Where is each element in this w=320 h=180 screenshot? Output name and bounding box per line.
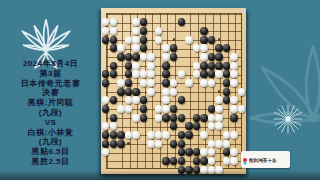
black-stone xyxy=(162,79,169,87)
board-intersection xyxy=(223,27,231,36)
title-line: (九段) xyxy=(0,108,101,118)
black-stone xyxy=(170,53,177,61)
board-intersection xyxy=(117,165,125,174)
white-stone xyxy=(125,105,132,113)
info-panel: 2024年8月4日第3届日本传奇元老赛决赛黑棋:片冈聪(九段)VS白棋:小林覚(… xyxy=(0,0,101,180)
board-intersection xyxy=(223,105,231,114)
board-intersection xyxy=(162,9,170,18)
white-stone xyxy=(215,166,222,174)
black-stone xyxy=(102,140,109,148)
board-intersection xyxy=(140,44,148,53)
white-stone xyxy=(132,114,139,122)
white-stone xyxy=(230,79,237,87)
board-intersection xyxy=(170,9,178,18)
white-stone xyxy=(230,62,237,70)
black-stone xyxy=(215,53,222,61)
white-stone xyxy=(132,27,139,35)
black-stone xyxy=(223,88,230,96)
board-intersection xyxy=(215,9,223,18)
title-line: 日本传奇元老赛 xyxy=(0,79,101,89)
board-intersection xyxy=(200,27,208,36)
board-intersection xyxy=(140,9,148,18)
white-stone xyxy=(140,53,147,61)
board-intersection xyxy=(178,87,186,96)
board-intersection xyxy=(193,122,201,131)
white-stone xyxy=(200,166,207,174)
board-intersection xyxy=(215,70,223,79)
board-intersection xyxy=(230,35,238,44)
board-intersection xyxy=(208,35,216,44)
black-stone xyxy=(132,88,139,96)
board-intersection xyxy=(102,27,110,36)
white-stone xyxy=(162,131,169,139)
white-stone xyxy=(238,105,245,113)
board-intersection xyxy=(147,87,155,96)
board-intersection xyxy=(140,165,148,174)
black-stone xyxy=(117,131,124,139)
white-stone xyxy=(147,79,154,87)
board-intersection xyxy=(170,157,178,166)
board-intersection xyxy=(185,96,193,105)
white-stone xyxy=(102,122,109,130)
black-stone xyxy=(102,79,109,87)
board-intersection xyxy=(208,122,216,131)
board-intersection xyxy=(147,165,155,174)
title-line: (九段) xyxy=(0,137,101,147)
board-intersection xyxy=(117,113,125,122)
board-intersection xyxy=(223,35,231,44)
board-intersection xyxy=(215,122,223,131)
board-intersection xyxy=(170,131,178,140)
board-intersection xyxy=(125,70,133,79)
black-stone xyxy=(208,53,215,61)
black-stone xyxy=(102,36,109,44)
board-intersection xyxy=(155,96,163,105)
board-intersection xyxy=(117,35,125,44)
board-intersection xyxy=(193,105,201,114)
white-stone xyxy=(110,27,117,35)
board-intersection xyxy=(185,157,193,166)
board-intersection xyxy=(102,9,110,18)
white-stone xyxy=(155,27,162,35)
board-intersection xyxy=(110,165,118,174)
board-intersection xyxy=(132,79,140,88)
white-stone xyxy=(193,44,200,52)
board-intersection xyxy=(223,61,231,70)
white-stone xyxy=(147,88,154,96)
board-intersection xyxy=(110,113,118,122)
black-stone xyxy=(208,70,215,78)
board-intersection xyxy=(223,148,231,157)
board-intersection xyxy=(200,105,208,114)
board-intersection xyxy=(162,79,170,88)
title-line: 黑棋:片冈聪 xyxy=(0,98,101,108)
board-intersection xyxy=(102,35,110,44)
board-intersection xyxy=(132,9,140,18)
board-intersection xyxy=(208,9,216,18)
board-intersection xyxy=(215,105,223,114)
black-stone xyxy=(193,148,200,156)
board-intersection xyxy=(230,96,238,105)
board-intersection xyxy=(178,61,186,70)
board-intersection xyxy=(155,9,163,18)
board-intersection xyxy=(147,79,155,88)
black-stone xyxy=(178,148,185,156)
watermark-logo-icon xyxy=(243,158,247,162)
board-intersection xyxy=(200,131,208,140)
board-intersection xyxy=(162,61,170,70)
board-intersection xyxy=(125,79,133,88)
board-intersection xyxy=(208,148,216,157)
white-stone xyxy=(102,148,109,156)
board-intersection xyxy=(102,148,110,157)
white-stone xyxy=(117,79,124,87)
board-intersection xyxy=(110,157,118,166)
black-stone xyxy=(223,70,230,78)
board-intersection xyxy=(147,61,155,70)
board-intersection xyxy=(125,9,133,18)
board-intersection xyxy=(162,148,170,157)
board-intersection xyxy=(125,131,133,140)
board-intersection xyxy=(200,18,208,27)
white-stone xyxy=(117,44,124,52)
board-intersection xyxy=(140,35,148,44)
black-stone xyxy=(200,157,207,165)
white-stone xyxy=(170,88,177,96)
board-intersection xyxy=(230,27,238,36)
board-intersection xyxy=(178,79,186,88)
title-line: 黑胜2.5目 xyxy=(0,157,101,167)
black-stone xyxy=(185,148,192,156)
board-intersection xyxy=(223,157,231,166)
board-intersection xyxy=(223,165,231,174)
white-stone xyxy=(117,105,124,113)
board-intersection xyxy=(200,79,208,88)
board-intersection xyxy=(200,44,208,53)
board-intersection xyxy=(140,79,148,88)
black-stone xyxy=(162,62,169,70)
board-intersection xyxy=(193,18,201,27)
board-intersection xyxy=(230,53,238,62)
white-stone xyxy=(125,131,132,139)
board-intersection xyxy=(162,131,170,140)
board-intersection xyxy=(147,113,155,122)
board-intersection xyxy=(110,35,118,44)
black-stone xyxy=(117,88,124,96)
black-stone xyxy=(208,105,215,113)
black-stone xyxy=(200,62,207,70)
board-intersection xyxy=(147,131,155,140)
white-stone xyxy=(208,140,215,148)
board-intersection xyxy=(238,44,246,53)
board-intersection xyxy=(132,139,140,148)
board-intersection xyxy=(147,96,155,105)
board-intersection xyxy=(215,113,223,122)
board-intersection xyxy=(125,122,133,131)
board-intersection xyxy=(178,18,186,27)
black-stone xyxy=(110,131,117,139)
board-intersection xyxy=(117,53,125,62)
board-intersection xyxy=(193,27,201,36)
white-stone xyxy=(208,114,215,122)
board-intersection xyxy=(155,113,163,122)
board-intersection xyxy=(223,131,231,140)
board-intersection xyxy=(140,131,148,140)
white-stone xyxy=(140,79,147,87)
board-intersection xyxy=(215,87,223,96)
board-intersection xyxy=(178,113,186,122)
black-stone xyxy=(170,122,177,130)
board-intersection xyxy=(132,96,140,105)
star-point xyxy=(218,38,220,40)
white-stone xyxy=(147,53,154,61)
black-stone xyxy=(223,62,230,70)
board-intersection xyxy=(170,139,178,148)
board-intersection xyxy=(125,96,133,105)
white-stone xyxy=(208,79,215,87)
board-intersection xyxy=(117,44,125,53)
black-stone xyxy=(193,122,200,130)
white-stone xyxy=(147,140,154,148)
black-stone xyxy=(178,18,185,26)
black-stone xyxy=(162,114,169,122)
board-intersection xyxy=(185,122,193,131)
board-intersection xyxy=(117,70,125,79)
black-stone xyxy=(110,96,117,104)
board-intersection xyxy=(132,35,140,44)
board-intersection xyxy=(110,53,118,62)
board-intersection xyxy=(215,157,223,166)
board-intersection xyxy=(102,157,110,166)
board-intersection xyxy=(178,157,186,166)
board-intersection xyxy=(162,35,170,44)
white-stone xyxy=(155,105,162,113)
title-line: 白棋:小林覚 xyxy=(0,128,101,138)
board-intersection xyxy=(215,96,223,105)
board-intersection xyxy=(208,131,216,140)
black-stone xyxy=(132,53,139,61)
board-intersection xyxy=(223,70,231,79)
black-stone xyxy=(193,157,200,165)
board-intersection xyxy=(125,35,133,44)
board-intersection xyxy=(125,157,133,166)
board-intersection xyxy=(238,79,246,88)
board-intersection xyxy=(110,148,118,157)
board-intersection xyxy=(238,131,246,140)
board-intersection xyxy=(170,70,178,79)
board-intersection xyxy=(155,44,163,53)
board-intersection xyxy=(230,79,238,88)
white-stone xyxy=(132,62,139,70)
black-stone xyxy=(193,166,200,174)
black-stone xyxy=(178,140,185,148)
board-intersection xyxy=(102,113,110,122)
white-stone xyxy=(102,27,109,35)
board-intersection xyxy=(215,53,223,62)
white-stone xyxy=(162,96,169,104)
board-intersection xyxy=(215,131,223,140)
white-stone xyxy=(223,131,230,139)
board-intersection xyxy=(223,122,231,131)
board-intersection xyxy=(185,18,193,27)
white-stone xyxy=(223,157,230,165)
board-intersection xyxy=(162,165,170,174)
white-stone xyxy=(132,36,139,44)
white-stone xyxy=(155,140,162,148)
board-intersection xyxy=(132,157,140,166)
board-intersection xyxy=(110,61,118,70)
board-intersection xyxy=(185,27,193,36)
white-stone xyxy=(147,62,154,70)
board-intersection xyxy=(208,113,216,122)
board-intersection xyxy=(155,105,163,114)
board-intersection xyxy=(238,18,246,27)
black-stone xyxy=(170,44,177,52)
board-intersection xyxy=(193,87,201,96)
board-intersection xyxy=(147,44,155,53)
white-stone xyxy=(200,148,207,156)
board-intersection xyxy=(132,70,140,79)
board-intersection xyxy=(147,53,155,62)
white-stone xyxy=(178,70,185,78)
board-intersection xyxy=(178,53,186,62)
board-intersection xyxy=(110,27,118,36)
board-intersection xyxy=(155,87,163,96)
board-intersection xyxy=(132,113,140,122)
board-intersection xyxy=(140,53,148,62)
board-intersection xyxy=(117,27,125,36)
board-intersection xyxy=(170,148,178,157)
board-intersection xyxy=(132,44,140,53)
board-intersection xyxy=(238,105,246,114)
board-intersection xyxy=(125,105,133,114)
board-intersection xyxy=(170,87,178,96)
board-intersection xyxy=(215,148,223,157)
board-intersection xyxy=(132,87,140,96)
black-stone xyxy=(140,44,147,52)
board-intersection xyxy=(170,113,178,122)
board-intersection xyxy=(238,122,246,131)
board-intersection xyxy=(208,44,216,53)
board-intersection xyxy=(208,70,216,79)
board-intersection xyxy=(140,18,148,27)
white-stone xyxy=(230,70,237,78)
white-stone xyxy=(185,36,192,44)
go-board xyxy=(101,8,246,174)
board-intersection xyxy=(147,9,155,18)
board-intersection xyxy=(117,139,125,148)
white-stone xyxy=(215,114,222,122)
board-intersection xyxy=(132,105,140,114)
board-intersection xyxy=(117,87,125,96)
board-intersection xyxy=(102,165,110,174)
board-intersection xyxy=(230,18,238,27)
board-intersection xyxy=(110,105,118,114)
board-intersection xyxy=(110,79,118,88)
board-intersection xyxy=(185,35,193,44)
white-stone xyxy=(230,131,237,139)
white-stone xyxy=(208,157,215,165)
board-intersection xyxy=(230,105,238,114)
black-stone xyxy=(185,166,192,174)
white-stone xyxy=(208,148,215,156)
white-stone xyxy=(102,18,109,26)
white-stone xyxy=(193,62,200,70)
white-stone xyxy=(200,79,207,87)
white-stone xyxy=(208,122,215,130)
board-intersection xyxy=(200,61,208,70)
white-stone xyxy=(238,88,245,96)
black-stone xyxy=(110,44,117,52)
board-intersection xyxy=(178,122,186,131)
title-line: 2024年8月4日 xyxy=(0,59,101,69)
board-intersection xyxy=(132,18,140,27)
board-intersection xyxy=(125,113,133,122)
board-intersection xyxy=(193,165,201,174)
board-intersection xyxy=(110,44,118,53)
board-intersection xyxy=(132,122,140,131)
board-intersection xyxy=(230,148,238,157)
black-stone xyxy=(125,79,132,87)
board-intersection xyxy=(155,131,163,140)
white-stone xyxy=(185,79,192,87)
board-intersection xyxy=(102,105,110,114)
board-intersection xyxy=(132,27,140,36)
black-stone xyxy=(215,62,222,70)
black-stone xyxy=(125,62,132,70)
white-stone xyxy=(102,96,109,104)
white-stone xyxy=(215,70,222,78)
black-stone xyxy=(223,79,230,87)
black-stone xyxy=(185,122,192,130)
white-stone xyxy=(132,131,139,139)
board-intersection xyxy=(200,122,208,131)
board-intersection xyxy=(162,18,170,27)
board-intersection xyxy=(208,157,216,166)
board-intersection xyxy=(147,105,155,114)
board-intersection xyxy=(155,139,163,148)
board-intersection xyxy=(178,70,186,79)
board-intersection xyxy=(200,113,208,122)
board-intersection xyxy=(132,61,140,70)
white-stone xyxy=(147,131,154,139)
board-intersection xyxy=(193,61,201,70)
board-intersection xyxy=(185,105,193,114)
board-intersection xyxy=(147,139,155,148)
board-intersection xyxy=(208,79,216,88)
board-intersection xyxy=(162,96,170,105)
white-stone xyxy=(132,96,139,104)
white-stone xyxy=(162,88,169,96)
board-intersection xyxy=(215,79,223,88)
board-intersection xyxy=(110,96,118,105)
board-intersection xyxy=(140,87,148,96)
board-intersection xyxy=(178,148,186,157)
board-intersection xyxy=(215,139,223,148)
board-intersection xyxy=(185,165,193,174)
board-intersection xyxy=(230,61,238,70)
white-stone xyxy=(162,105,169,113)
board-intersection xyxy=(132,53,140,62)
white-stone xyxy=(223,140,230,148)
black-stone xyxy=(140,114,147,122)
black-stone xyxy=(117,53,124,61)
white-stone xyxy=(125,36,132,44)
board-intersection xyxy=(230,165,238,174)
board-stones-grid xyxy=(102,9,246,174)
board-intersection xyxy=(238,35,246,44)
board-intersection xyxy=(193,9,201,18)
